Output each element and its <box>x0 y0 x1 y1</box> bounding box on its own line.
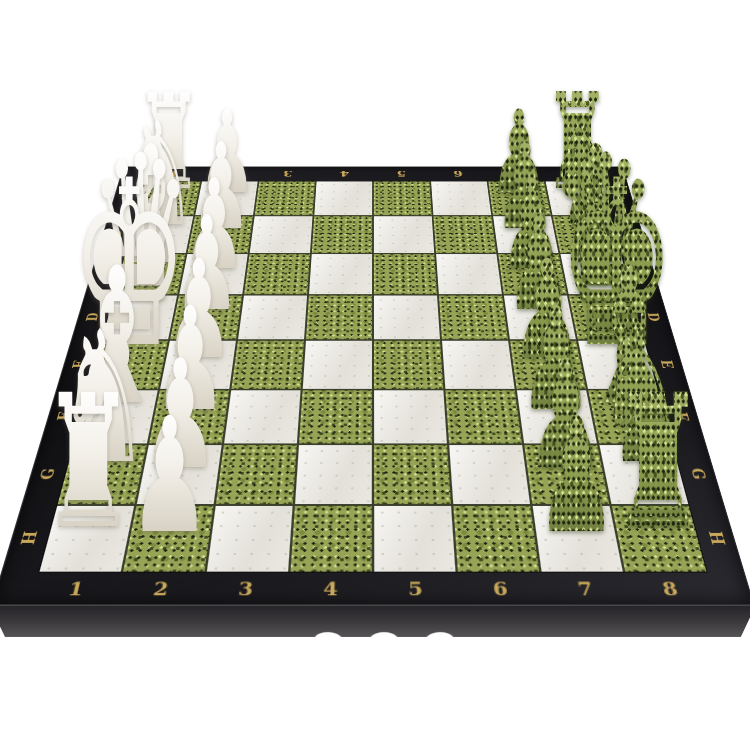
near-rank-label-7: 7 <box>541 573 631 605</box>
square-b4 <box>312 216 372 253</box>
left-file-label-a: A <box>95 190 158 205</box>
far-rank-label-2: 2 <box>201 166 260 181</box>
far-rank-label-4: 4 <box>316 166 373 181</box>
square-h5 <box>374 506 455 572</box>
finger-scallops <box>306 628 462 638</box>
square-g4 <box>295 445 372 504</box>
far-rank-label-1: 1 <box>144 166 204 181</box>
coordinates-far-edge: 12345678 <box>144 166 602 181</box>
far-rank-label-7: 7 <box>486 166 545 181</box>
square-a2 <box>195 181 257 215</box>
square-h3 <box>207 506 293 572</box>
chess-set-photo: 12345678 12345678 ABCDEFGH ABCDEFGH ♜♞♝♛… <box>0 0 750 750</box>
square-g8 <box>599 445 688 504</box>
square-a7 <box>488 181 550 215</box>
square-g6 <box>449 445 530 504</box>
near-rank-label-5: 5 <box>373 573 459 605</box>
right-file-label-d: D <box>618 307 690 327</box>
square-c4 <box>309 254 372 294</box>
square-g3 <box>216 445 297 504</box>
square-g7 <box>524 445 609 504</box>
square-e2 <box>160 341 236 389</box>
left-file-label-d: D <box>56 307 128 327</box>
left-file-label-c: C <box>70 265 139 283</box>
far-rank-label-5: 5 <box>373 166 430 181</box>
coordinates-near-edge: 12345678 <box>29 573 717 605</box>
square-f2 <box>149 390 229 443</box>
box-front-face <box>0 605 750 637</box>
square-b2 <box>188 216 253 253</box>
square-b5 <box>374 216 434 253</box>
square-f8 <box>588 390 672 443</box>
square-a3 <box>255 181 315 215</box>
square-e6 <box>442 341 515 389</box>
square-g5 <box>374 445 451 504</box>
square-e4 <box>303 341 372 389</box>
square-f4 <box>299 390 372 443</box>
square-e8 <box>578 341 657 389</box>
square-e3 <box>231 341 304 389</box>
square-h1 <box>39 506 134 572</box>
far-rank-label-6: 6 <box>429 166 487 181</box>
square-e7 <box>510 341 586 389</box>
square-f1 <box>74 390 158 443</box>
square-b6 <box>434 216 497 253</box>
square-h6 <box>453 506 539 572</box>
far-rank-label-3: 3 <box>259 166 317 181</box>
square-b3 <box>250 216 313 253</box>
square-c7 <box>498 254 566 294</box>
square-g2 <box>137 445 222 504</box>
square-f5 <box>374 390 447 443</box>
far-rank-label-8: 8 <box>542 166 602 181</box>
near-rank-label-2: 2 <box>115 573 205 605</box>
square-h4 <box>291 506 372 572</box>
square-a4 <box>314 181 372 215</box>
near-rank-label-4: 4 <box>287 573 373 605</box>
square-f3 <box>224 390 300 443</box>
square-e5 <box>374 341 443 389</box>
chess-board: 12345678 12345678 ABCDEFGH ABCDEFGH <box>0 166 750 605</box>
square-c5 <box>374 254 437 294</box>
square-g1 <box>58 445 147 504</box>
right-file-label-b: B <box>597 226 663 243</box>
square-f6 <box>445 390 521 443</box>
square-a6 <box>431 181 491 215</box>
square-h7 <box>533 506 623 572</box>
square-b7 <box>493 216 558 253</box>
square-c3 <box>244 254 310 294</box>
near-rank-label-6: 6 <box>457 573 545 605</box>
near-rank-label-1: 1 <box>29 573 122 605</box>
square-e1 <box>89 341 168 389</box>
near-rank-label-3: 3 <box>201 573 289 605</box>
square-c6 <box>436 254 502 294</box>
square-f7 <box>517 390 597 443</box>
square-c2 <box>179 254 247 294</box>
right-file-label-a: A <box>588 190 651 205</box>
right-file-label-c: C <box>607 265 676 283</box>
near-rank-label-8: 8 <box>624 573 717 605</box>
square-h2 <box>123 506 213 572</box>
square-h8 <box>612 506 707 572</box>
left-file-label-b: B <box>83 226 149 243</box>
square-a5 <box>374 181 432 215</box>
